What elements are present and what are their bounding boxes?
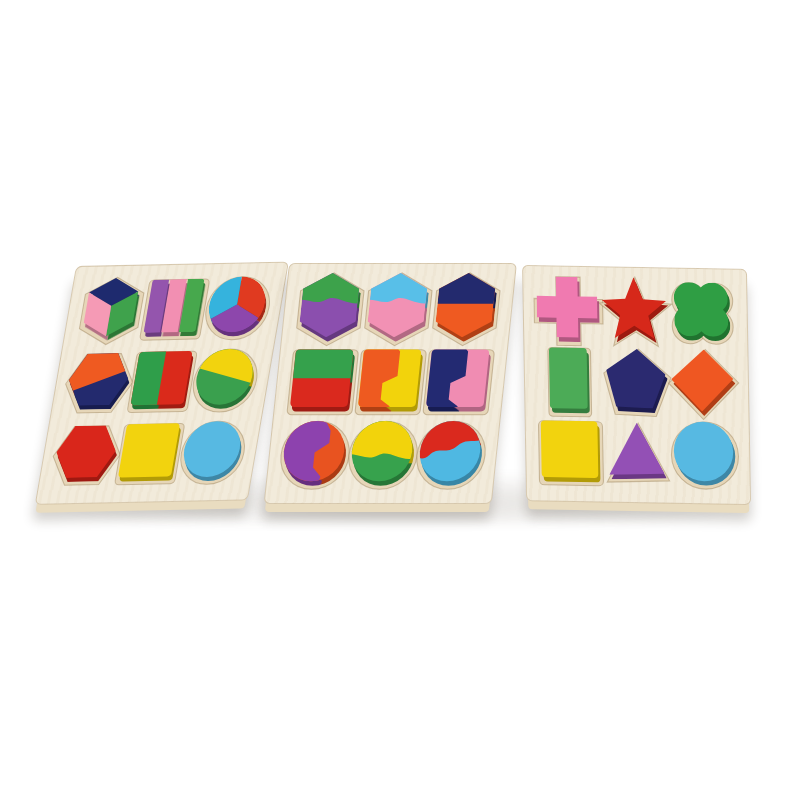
piece-circle[interactable] <box>277 417 353 491</box>
slot-right-r1c2[interactable] <box>603 276 667 344</box>
slot-middle-r3c3[interactable] <box>415 419 486 488</box>
piece-circle[interactable] <box>670 418 739 491</box>
slot-middle-r1c1[interactable] <box>295 273 366 342</box>
slot-right-r2c2[interactable] <box>604 348 668 416</box>
piece-square[interactable] <box>536 416 605 489</box>
puzzle-board-left <box>35 262 289 505</box>
puzzle-board-right <box>522 265 751 505</box>
piece-circle[interactable] <box>187 342 263 416</box>
piece-quatrefoil[interactable] <box>668 275 737 348</box>
piece-cross[interactable] <box>534 273 603 346</box>
slot-middle-r2c2[interactable] <box>355 346 426 415</box>
board-grid-left <box>36 263 288 504</box>
slot-left-r1c2[interactable] <box>139 273 210 342</box>
product-photo-scene <box>0 0 800 800</box>
piece-top-face <box>664 342 741 419</box>
slot-right-r2c1[interactable] <box>537 347 601 415</box>
piece-top-face <box>408 412 493 489</box>
piece-rect-tall[interactable] <box>535 344 604 417</box>
piece-hexagon-pointy[interactable] <box>428 271 504 345</box>
slot-left-r3c3[interactable] <box>177 416 248 485</box>
slot-right-r2c3[interactable] <box>671 349 735 417</box>
piece-circle[interactable] <box>413 417 489 491</box>
board-grid-right <box>523 266 750 504</box>
slot-left-r1c1[interactable] <box>76 275 147 344</box>
piece-top-face <box>530 340 607 417</box>
slot-middle-r1c3[interactable] <box>431 273 502 342</box>
slot-middle-r1c2[interactable] <box>363 273 434 342</box>
piece-square[interactable] <box>353 344 429 418</box>
slot-middle-r2c3[interactable] <box>423 346 494 415</box>
slot-middle-r3c1[interactable] <box>279 419 350 488</box>
slot-left-r2c1[interactable] <box>64 347 135 416</box>
piece-top-face <box>528 268 605 345</box>
piece-triangle[interactable] <box>603 417 672 490</box>
piece-circle[interactable] <box>175 414 251 488</box>
slot-middle-r3c2[interactable] <box>347 419 418 488</box>
slot-middle-r2c1[interactable] <box>287 346 358 415</box>
slot-right-r3c3[interactable] <box>673 420 737 488</box>
piece-circle[interactable] <box>200 269 276 343</box>
piece-hexagon-pointy[interactable] <box>360 271 436 345</box>
slot-right-r3c1[interactable] <box>539 418 603 486</box>
slot-left-r2c3[interactable] <box>190 344 261 413</box>
board-grid-middle <box>265 264 516 503</box>
piece-star[interactable] <box>601 274 670 347</box>
piece-square[interactable] <box>421 344 497 418</box>
slot-left-r1c3[interactable] <box>202 272 273 341</box>
slot-left-r2c2[interactable] <box>127 345 198 414</box>
puzzle-board-middle <box>264 263 517 504</box>
piece-top-face <box>144 278 205 332</box>
piece-circle[interactable] <box>345 417 421 491</box>
piece-square[interactable] <box>285 344 361 418</box>
slot-right-r3c2[interactable] <box>606 419 670 487</box>
piece-top-face <box>272 412 357 489</box>
slot-left-r3c1[interactable] <box>52 419 123 488</box>
slot-left-r3c2[interactable] <box>114 418 185 487</box>
slot-right-r1c1[interactable] <box>536 275 600 343</box>
piece-diamond[interactable] <box>669 347 738 420</box>
piece-hexagon-pointy[interactable] <box>292 271 368 345</box>
slot-right-r1c3[interactable] <box>670 278 734 346</box>
piece-pentagon[interactable] <box>602 345 671 418</box>
piece-top-face <box>340 412 425 489</box>
